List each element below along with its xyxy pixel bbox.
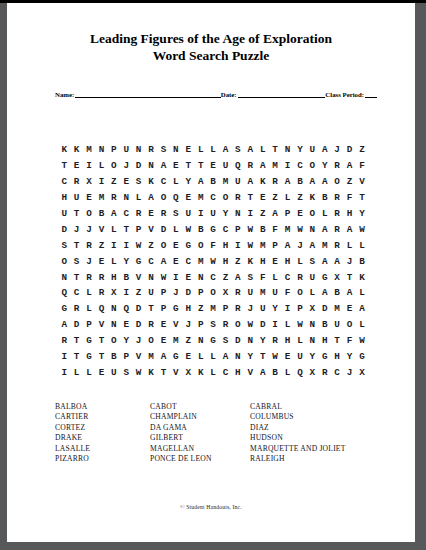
grid-cell[interactable]: N	[58, 269, 70, 285]
grid-cell[interactable]: T	[120, 221, 132, 237]
grid-cell[interactable]: D	[182, 285, 194, 301]
date-input-line[interactable]	[238, 91, 326, 98]
grid-cell[interactable]: S	[120, 364, 132, 380]
grid-cell[interactable]: Z	[108, 174, 120, 190]
grid-cell[interactable]: G	[356, 349, 368, 365]
grid-cell[interactable]: H	[219, 237, 231, 253]
grid-cell[interactable]: H	[219, 253, 231, 269]
grid-cell[interactable]: E	[157, 317, 169, 333]
grid-cell[interactable]: A	[319, 142, 331, 158]
grid-cell[interactable]: R	[319, 364, 331, 380]
grid-cell[interactable]: L	[356, 285, 368, 301]
grid-cell[interactable]: O	[294, 285, 306, 301]
grid-cell[interactable]: N	[108, 317, 120, 333]
grid-cell[interactable]: Q	[95, 301, 107, 317]
grid-cell[interactable]: I	[281, 301, 293, 317]
grid-cell[interactable]: L	[356, 317, 368, 333]
grid-cell[interactable]: W	[244, 221, 256, 237]
grid-cell[interactable]: M	[257, 285, 269, 301]
grid-cell[interactable]: K	[145, 364, 157, 380]
grid-cell[interactable]: L	[170, 221, 182, 237]
grid-cell[interactable]: C	[219, 221, 231, 237]
grid-cell[interactable]: B	[331, 285, 343, 301]
grid-cell[interactable]: F	[343, 190, 355, 206]
grid-cell[interactable]: T	[157, 364, 169, 380]
grid-cell[interactable]: M	[257, 237, 269, 253]
grid-cell[interactable]: G	[83, 333, 95, 349]
grid-cell[interactable]: L	[83, 285, 95, 301]
grid-cell[interactable]: R	[132, 206, 144, 222]
grid-cell[interactable]: U	[306, 269, 318, 285]
grid-cell[interactable]: X	[306, 301, 318, 317]
grid-cell[interactable]: T	[257, 349, 269, 365]
grid-cell[interactable]: I	[281, 158, 293, 174]
grid-cell[interactable]: L	[281, 317, 293, 333]
class-period-input-line[interactable]	[365, 91, 377, 98]
grid-cell[interactable]: T	[95, 349, 107, 365]
grid-cell[interactable]: A	[343, 221, 355, 237]
grid-cell[interactable]: S	[207, 317, 219, 333]
grid-cell[interactable]: P	[194, 285, 206, 301]
grid-cell[interactable]: A	[319, 253, 331, 269]
grid-cell[interactable]: W	[244, 237, 256, 253]
grid-cell[interactable]: J	[244, 301, 256, 317]
grid-cell[interactable]: U	[120, 142, 132, 158]
grid-cell[interactable]: P	[269, 237, 281, 253]
grid-cell[interactable]: B	[269, 364, 281, 380]
grid-cell[interactable]: Y	[120, 253, 132, 269]
grid-cell[interactable]: Z	[343, 174, 355, 190]
grid-cell[interactable]: L	[83, 364, 95, 380]
grid-cell[interactable]: T	[331, 333, 343, 349]
grid-cell[interactable]: Q	[120, 301, 132, 317]
grid-cell[interactable]: S	[244, 269, 256, 285]
grid-cell[interactable]: K	[194, 364, 206, 380]
grid-cell[interactable]: F	[356, 158, 368, 174]
grid-cell[interactable]: I	[120, 285, 132, 301]
grid-cell[interactable]: J	[132, 333, 144, 349]
grid-cell[interactable]: V	[95, 317, 107, 333]
grid-cell[interactable]: D	[157, 221, 169, 237]
grid-cell[interactable]: L	[319, 206, 331, 222]
grid-cell[interactable]: Z	[294, 190, 306, 206]
grid-cell[interactable]: N	[108, 301, 120, 317]
grid-cell[interactable]: D	[232, 333, 244, 349]
grid-cell[interactable]: A	[219, 349, 231, 365]
grid-cell[interactable]: C	[58, 174, 70, 190]
grid-cell[interactable]: W	[294, 317, 306, 333]
grid-cell[interactable]: O	[207, 285, 219, 301]
grid-cell[interactable]: N	[306, 333, 318, 349]
grid-cell[interactable]: L	[343, 237, 355, 253]
grid-cell[interactable]: S	[170, 206, 182, 222]
grid-cell[interactable]: B	[120, 269, 132, 285]
grid-cell[interactable]: R	[294, 269, 306, 285]
grid-cell[interactable]: J	[120, 158, 132, 174]
grid-cell[interactable]: R	[58, 333, 70, 349]
grid-cell[interactable]: K	[244, 253, 256, 269]
grid-cell[interactable]: P	[132, 221, 144, 237]
grid-cell[interactable]: C	[331, 364, 343, 380]
grid-cell[interactable]: P	[232, 221, 244, 237]
grid-cell[interactable]: A	[306, 237, 318, 253]
grid-cell[interactable]: L	[95, 158, 107, 174]
grid-cell[interactable]: A	[244, 174, 256, 190]
grid-cell[interactable]: V	[145, 221, 157, 237]
grid-cell[interactable]: T	[70, 349, 82, 365]
grid-cell[interactable]: A	[157, 158, 169, 174]
grid-cell[interactable]: W	[132, 237, 144, 253]
grid-cell[interactable]: R	[83, 237, 95, 253]
grid-cell[interactable]: R	[331, 190, 343, 206]
grid-cell[interactable]: Z	[132, 285, 144, 301]
grid-cell[interactable]: V	[356, 174, 368, 190]
grid-cell[interactable]: N	[306, 317, 318, 333]
grid-cell[interactable]: M	[83, 142, 95, 158]
grid-cell[interactable]: T	[182, 158, 194, 174]
grid-cell[interactable]: J	[182, 317, 194, 333]
grid-cell[interactable]: T	[343, 269, 355, 285]
grid-cell[interactable]: R	[70, 301, 82, 317]
grid-cell[interactable]: L	[70, 364, 82, 380]
grid-cell[interactable]: K	[306, 190, 318, 206]
grid-cell[interactable]: J	[343, 364, 355, 380]
grid-cell[interactable]: K	[257, 174, 269, 190]
grid-cell[interactable]: R	[232, 190, 244, 206]
grid-cell[interactable]: I	[170, 269, 182, 285]
grid-cell[interactable]: E	[170, 158, 182, 174]
grid-cell[interactable]: N	[95, 142, 107, 158]
grid-cell[interactable]: P	[219, 301, 231, 317]
grid-cell[interactable]: N	[306, 221, 318, 237]
grid-cell[interactable]: Y	[319, 158, 331, 174]
grid-cell[interactable]: G	[319, 269, 331, 285]
grid-cell[interactable]: H	[331, 349, 343, 365]
grid-cell[interactable]: M	[170, 333, 182, 349]
grid-cell[interactable]: J	[170, 285, 182, 301]
grid-cell[interactable]: H	[343, 206, 355, 222]
grid-cell[interactable]: W	[294, 221, 306, 237]
grid-cell[interactable]: H	[281, 253, 293, 269]
grid-cell[interactable]: Q	[170, 190, 182, 206]
grid-cell[interactable]: C	[281, 269, 293, 285]
grid-cell[interactable]: A	[194, 174, 206, 190]
grid-cell[interactable]: E	[269, 253, 281, 269]
name-input-line[interactable]	[75, 91, 221, 98]
grid-cell[interactable]: F	[281, 285, 293, 301]
grid-cell[interactable]: R	[232, 285, 244, 301]
grid-cell[interactable]: Z	[356, 142, 368, 158]
grid-cell[interactable]: A	[145, 190, 157, 206]
grid-cell[interactable]: B	[108, 349, 120, 365]
grid-cell[interactable]: A	[219, 142, 231, 158]
grid-cell[interactable]: L	[281, 364, 293, 380]
grid-cell[interactable]: U	[58, 206, 70, 222]
grid-cell[interactable]: A	[281, 174, 293, 190]
grid-cell[interactable]: L	[281, 190, 293, 206]
grid-cell[interactable]: U	[294, 349, 306, 365]
grid-cell[interactable]: M	[281, 221, 293, 237]
grid-cell[interactable]: V	[244, 364, 256, 380]
grid-cell[interactable]: H	[257, 253, 269, 269]
grid-cell[interactable]: A	[108, 206, 120, 222]
grid-cell[interactable]: P	[157, 301, 169, 317]
grid-cell[interactable]: R	[232, 301, 244, 317]
grid-cell[interactable]: C	[182, 253, 194, 269]
grid-cell[interactable]: L	[83, 301, 95, 317]
grid-cell[interactable]: O	[145, 333, 157, 349]
grid-cell[interactable]: G	[207, 333, 219, 349]
grid-cell[interactable]: V	[170, 364, 182, 380]
grid-cell[interactable]: F	[269, 221, 281, 237]
grid-cell[interactable]: S	[219, 333, 231, 349]
grid-cell[interactable]: A	[232, 269, 244, 285]
grid-cell[interactable]: H	[232, 364, 244, 380]
grid-cell[interactable]: R	[331, 206, 343, 222]
grid-cell[interactable]: A	[257, 158, 269, 174]
grid-cell[interactable]: A	[319, 285, 331, 301]
grid-cell[interactable]: L	[207, 364, 219, 380]
grid-cell[interactable]: E	[95, 253, 107, 269]
grid-cell[interactable]: P	[294, 301, 306, 317]
grid-cell[interactable]: N	[194, 269, 206, 285]
grid-cell[interactable]: Y	[257, 333, 269, 349]
grid-cell[interactable]: A	[157, 253, 169, 269]
grid-cell[interactable]: Z	[194, 301, 206, 317]
grid-cell[interactable]: D	[132, 317, 144, 333]
grid-cell[interactable]: D	[257, 317, 269, 333]
grid-cell[interactable]: U	[182, 206, 194, 222]
grid-cell[interactable]: X	[331, 269, 343, 285]
grid-cell[interactable]: I	[108, 237, 120, 253]
grid-cell[interactable]: I	[58, 364, 70, 380]
grid-cell[interactable]: E	[120, 174, 132, 190]
grid-cell[interactable]: L	[108, 253, 120, 269]
grid-cell[interactable]: R	[269, 174, 281, 190]
grid-cell[interactable]: R	[244, 158, 256, 174]
grid-cell[interactable]: E	[95, 364, 107, 380]
grid-cell[interactable]: U	[269, 285, 281, 301]
grid-cell[interactable]: G	[83, 349, 95, 365]
grid-cell[interactable]: Y	[219, 206, 231, 222]
grid-cell[interactable]: O	[58, 253, 70, 269]
grid-cell[interactable]: T	[70, 206, 82, 222]
grid-cell[interactable]: U	[244, 285, 256, 301]
grid-cell[interactable]: C	[207, 190, 219, 206]
grid-cell[interactable]: O	[306, 158, 318, 174]
grid-cell[interactable]: Q	[294, 364, 306, 380]
grid-cell[interactable]: N	[244, 333, 256, 349]
grid-cell[interactable]: E	[207, 158, 219, 174]
grid-cell[interactable]: C	[70, 285, 82, 301]
grid-cell[interactable]: W	[356, 333, 368, 349]
grid-cell[interactable]: O	[219, 190, 231, 206]
grid-cell[interactable]: X	[83, 174, 95, 190]
grid-cell[interactable]: L	[269, 269, 281, 285]
grid-cell[interactable]: Z	[257, 206, 269, 222]
grid-cell[interactable]: C	[207, 269, 219, 285]
grid-cell[interactable]: G	[319, 349, 331, 365]
grid-cell[interactable]: O	[232, 317, 244, 333]
grid-cell[interactable]: G	[182, 237, 194, 253]
grid-cell[interactable]: M	[95, 190, 107, 206]
grid-cell[interactable]: C	[219, 364, 231, 380]
grid-cell[interactable]: O	[331, 174, 343, 190]
grid-cell[interactable]: R	[108, 190, 120, 206]
grid-cell[interactable]: E	[83, 190, 95, 206]
grid-cell[interactable]: R	[219, 317, 231, 333]
grid-cell[interactable]: S	[157, 142, 169, 158]
grid-cell[interactable]: L	[207, 349, 219, 365]
grid-cell[interactable]: W	[269, 349, 281, 365]
grid-cell[interactable]: N	[232, 206, 244, 222]
grid-cell[interactable]: B	[95, 206, 107, 222]
grid-cell[interactable]: P	[83, 317, 95, 333]
grid-cell[interactable]: M	[145, 349, 157, 365]
grid-cell[interactable]: R	[269, 333, 281, 349]
grid-cell[interactable]: A	[257, 364, 269, 380]
grid-cell[interactable]: P	[108, 142, 120, 158]
grid-cell[interactable]: R	[331, 158, 343, 174]
grid-cell[interactable]: Z	[219, 269, 231, 285]
grid-cell[interactable]: V	[132, 349, 144, 365]
grid-cell[interactable]: O	[83, 206, 95, 222]
grid-cell[interactable]: P	[157, 285, 169, 301]
grid-cell[interactable]: G	[170, 301, 182, 317]
grid-cell[interactable]: U	[331, 317, 343, 333]
grid-cell[interactable]: A	[269, 206, 281, 222]
grid-cell[interactable]: D	[319, 301, 331, 317]
grid-cell[interactable]: R	[331, 221, 343, 237]
grid-cell[interactable]: E	[281, 349, 293, 365]
grid-cell[interactable]: O	[343, 317, 355, 333]
grid-cell[interactable]: A	[157, 349, 169, 365]
grid-cell[interactable]: L	[356, 237, 368, 253]
grid-cell[interactable]: L	[108, 221, 120, 237]
grid-cell[interactable]: E	[157, 333, 169, 349]
grid-cell[interactable]: E	[343, 301, 355, 317]
grid-cell[interactable]: Y	[244, 349, 256, 365]
grid-cell[interactable]: D	[70, 317, 82, 333]
grid-cell[interactable]: E	[182, 269, 194, 285]
grid-cell[interactable]: N	[281, 142, 293, 158]
grid-cell[interactable]: E	[120, 317, 132, 333]
grid-cell[interactable]: A	[306, 174, 318, 190]
grid-cell[interactable]: N	[145, 158, 157, 174]
grid-cell[interactable]: A	[319, 174, 331, 190]
grid-cell[interactable]: E	[145, 206, 157, 222]
grid-cell[interactable]: Z	[269, 190, 281, 206]
grid-cell[interactable]: Y	[120, 333, 132, 349]
grid-cell[interactable]: S	[58, 237, 70, 253]
grid-cell[interactable]: T	[269, 142, 281, 158]
grid-cell[interactable]: I	[58, 349, 70, 365]
grid-cell[interactable]: T	[356, 190, 368, 206]
grid-cell[interactable]: J	[343, 253, 355, 269]
grid-cell[interactable]: M	[219, 174, 231, 190]
grid-cell[interactable]: J	[70, 221, 82, 237]
grid-cell[interactable]: G	[58, 301, 70, 317]
grid-cell[interactable]: A	[58, 317, 70, 333]
grid-cell[interactable]: B	[294, 174, 306, 190]
grid-cell[interactable]: L	[132, 190, 144, 206]
grid-cell[interactable]: U	[108, 364, 120, 380]
grid-cell[interactable]: W	[132, 364, 144, 380]
grid-cell[interactable]: F	[343, 333, 355, 349]
grid-cell[interactable]: W	[157, 269, 169, 285]
grid-cell[interactable]: G	[170, 349, 182, 365]
grid-cell[interactable]: I	[95, 174, 107, 190]
grid-cell[interactable]: I	[83, 158, 95, 174]
grid-cell[interactable]: R	[95, 285, 107, 301]
grid-cell[interactable]: N	[194, 333, 206, 349]
grid-cell[interactable]: X	[108, 285, 120, 301]
grid-cell[interactable]: U	[145, 285, 157, 301]
grid-cell[interactable]: T	[194, 158, 206, 174]
grid-cell[interactable]: I	[232, 237, 244, 253]
grid-cell[interactable]: L	[207, 142, 219, 158]
grid-cell[interactable]: W	[182, 221, 194, 237]
grid-cell[interactable]: U	[219, 158, 231, 174]
grid-cell[interactable]: B	[356, 253, 368, 269]
grid-cell[interactable]: X	[182, 364, 194, 380]
grid-cell[interactable]: N	[132, 142, 144, 158]
grid-cell[interactable]: R	[95, 269, 107, 285]
grid-cell[interactable]: U	[232, 174, 244, 190]
grid-cell[interactable]: U	[306, 142, 318, 158]
grid-cell[interactable]: C	[294, 158, 306, 174]
grid-cell[interactable]: Z	[95, 237, 107, 253]
grid-cell[interactable]: I	[194, 206, 206, 222]
grid-cell[interactable]: Q	[232, 158, 244, 174]
grid-cell[interactable]: P	[281, 206, 293, 222]
grid-cell[interactable]: O	[306, 206, 318, 222]
grid-cell[interactable]: E	[182, 190, 194, 206]
grid-cell[interactable]: N	[232, 349, 244, 365]
grid-cell[interactable]: S	[132, 174, 144, 190]
grid-cell[interactable]: T	[70, 333, 82, 349]
grid-cell[interactable]: V	[132, 269, 144, 285]
grid-cell[interactable]: L	[294, 333, 306, 349]
grid-cell[interactable]: R	[83, 269, 95, 285]
grid-cell[interactable]: J	[331, 142, 343, 158]
grid-cell[interactable]: A	[244, 142, 256, 158]
grid-cell[interactable]: E	[257, 190, 269, 206]
grid-cell[interactable]: M	[207, 301, 219, 317]
grid-cell[interactable]: Y	[269, 301, 281, 317]
grid-cell[interactable]: T	[244, 190, 256, 206]
grid-cell[interactable]: M	[194, 190, 206, 206]
grid-cell[interactable]: P	[120, 349, 132, 365]
grid-cell[interactable]: B	[319, 317, 331, 333]
grid-cell[interactable]: U	[207, 206, 219, 222]
grid-cell[interactable]: J	[83, 221, 95, 237]
grid-cell[interactable]: A	[343, 158, 355, 174]
grid-cell[interactable]: B	[319, 190, 331, 206]
grid-cell[interactable]: B	[194, 221, 206, 237]
grid-cell[interactable]: S	[306, 253, 318, 269]
grid-cell[interactable]: A	[281, 237, 293, 253]
grid-cell[interactable]: D	[132, 158, 144, 174]
grid-cell[interactable]: D	[58, 221, 70, 237]
grid-cell[interactable]: S	[232, 142, 244, 158]
grid-cell[interactable]: E	[182, 349, 194, 365]
grid-cell[interactable]: O	[157, 190, 169, 206]
grid-cell[interactable]: H	[58, 190, 70, 206]
grid-cell[interactable]: R	[145, 317, 157, 333]
grid-cell[interactable]: T	[58, 158, 70, 174]
grid-cell[interactable]: A	[331, 253, 343, 269]
